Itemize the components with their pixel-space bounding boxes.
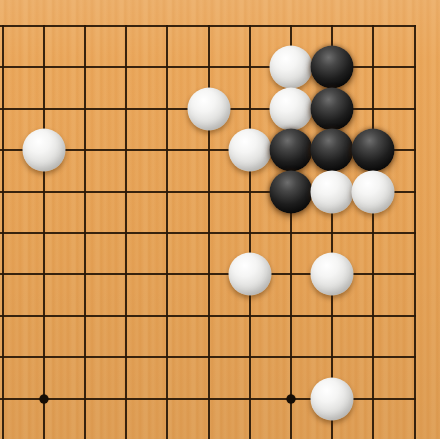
black-stone	[311, 46, 354, 89]
white-stone	[311, 170, 354, 213]
white-stone	[269, 87, 312, 130]
star-point	[39, 394, 48, 403]
white-stone	[269, 46, 312, 89]
grid-horizontal-line	[0, 25, 416, 27]
white-stone	[352, 170, 395, 213]
grid-horizontal-line	[0, 232, 416, 234]
white-stone	[228, 253, 271, 296]
go-board[interactable]	[0, 0, 440, 439]
grid-horizontal-line	[0, 315, 416, 317]
black-stone	[269, 170, 312, 213]
black-stone	[352, 129, 395, 172]
star-point	[286, 394, 295, 403]
white-stone	[228, 129, 271, 172]
white-stone	[187, 87, 230, 130]
black-stone	[311, 129, 354, 172]
white-stone	[311, 253, 354, 296]
black-stone	[269, 129, 312, 172]
black-stone	[311, 87, 354, 130]
white-stone	[22, 129, 65, 172]
grid-horizontal-line	[0, 356, 416, 358]
white-stone	[311, 377, 354, 420]
